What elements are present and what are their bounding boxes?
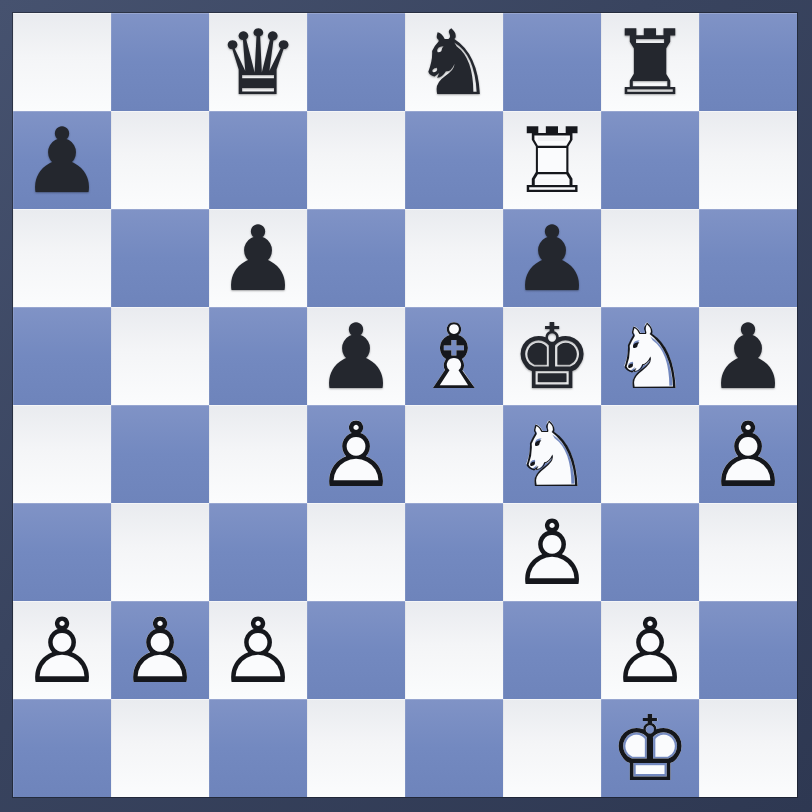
white-knight-outline-icon: ♘: [601, 307, 699, 405]
piece-white-rook[interactable]: ♜♖: [503, 111, 601, 209]
white-pawn-outline-icon: ♙: [13, 601, 111, 699]
white-king-outline-icon: ♔: [601, 699, 699, 797]
piece-white-pawn[interactable]: ♟♙: [307, 405, 405, 503]
square-b5[interactable]: [111, 307, 209, 405]
piece-black-knight[interactable]: ♞: [405, 13, 503, 111]
square-b3[interactable]: [111, 503, 209, 601]
square-d3[interactable]: [307, 503, 405, 601]
square-h5[interactable]: ♟: [699, 307, 797, 405]
square-g4[interactable]: [601, 405, 699, 503]
piece-white-knight[interactable]: ♞♘: [601, 307, 699, 405]
piece-white-pawn[interactable]: ♟♙: [503, 503, 601, 601]
piece-white-king[interactable]: ♚♔: [601, 699, 699, 797]
piece-black-pawn[interactable]: ♟: [209, 209, 307, 307]
square-h3[interactable]: [699, 503, 797, 601]
black-king-icon: ♚: [503, 307, 601, 405]
piece-black-pawn[interactable]: ♟: [699, 307, 797, 405]
square-d7[interactable]: [307, 111, 405, 209]
square-b1[interactable]: [111, 699, 209, 797]
square-a8[interactable]: [13, 13, 111, 111]
square-c1[interactable]: [209, 699, 307, 797]
square-h1[interactable]: [699, 699, 797, 797]
piece-black-rook[interactable]: ♜: [601, 13, 699, 111]
square-d8[interactable]: [307, 13, 405, 111]
square-g7[interactable]: [601, 111, 699, 209]
square-g3[interactable]: [601, 503, 699, 601]
square-d2[interactable]: [307, 601, 405, 699]
square-e4[interactable]: [405, 405, 503, 503]
piece-white-pawn[interactable]: ♟♙: [111, 601, 209, 699]
square-f6[interactable]: ♟: [503, 209, 601, 307]
square-f5[interactable]: ♚: [503, 307, 601, 405]
piece-white-bishop[interactable]: ♝♗: [405, 307, 503, 405]
square-c4[interactable]: [209, 405, 307, 503]
square-e1[interactable]: [405, 699, 503, 797]
black-queen-icon: ♛: [209, 13, 307, 111]
square-f1[interactable]: [503, 699, 601, 797]
square-f3[interactable]: ♟♙: [503, 503, 601, 601]
square-f4[interactable]: ♞♘: [503, 405, 601, 503]
piece-white-pawn[interactable]: ♟♙: [601, 601, 699, 699]
square-h4[interactable]: ♟♙: [699, 405, 797, 503]
square-h6[interactable]: [699, 209, 797, 307]
white-pawn-outline-icon: ♙: [307, 405, 405, 503]
square-f8[interactable]: [503, 13, 601, 111]
square-b2[interactable]: ♟♙: [111, 601, 209, 699]
square-b8[interactable]: [111, 13, 209, 111]
piece-white-pawn[interactable]: ♟♙: [209, 601, 307, 699]
white-knight-outline-icon: ♘: [503, 405, 601, 503]
square-e2[interactable]: [405, 601, 503, 699]
white-rook-outline-icon: ♖: [503, 111, 601, 209]
black-pawn-icon: ♟: [503, 209, 601, 307]
square-a5[interactable]: [13, 307, 111, 405]
piece-black-pawn[interactable]: ♟: [503, 209, 601, 307]
square-g8[interactable]: ♜: [601, 13, 699, 111]
piece-black-pawn[interactable]: ♟: [13, 111, 111, 209]
square-b6[interactable]: [111, 209, 209, 307]
black-pawn-icon: ♟: [209, 209, 307, 307]
square-d1[interactable]: [307, 699, 405, 797]
square-e7[interactable]: [405, 111, 503, 209]
white-pawn-outline-icon: ♙: [699, 405, 797, 503]
square-a4[interactable]: [13, 405, 111, 503]
black-pawn-icon: ♟: [13, 111, 111, 209]
white-pawn-outline-icon: ♙: [601, 601, 699, 699]
white-pawn-outline-icon: ♙: [209, 601, 307, 699]
square-a1[interactable]: [13, 699, 111, 797]
square-e5[interactable]: ♝♗: [405, 307, 503, 405]
square-h8[interactable]: [699, 13, 797, 111]
square-f2[interactable]: [503, 601, 601, 699]
piece-black-queen[interactable]: ♛: [209, 13, 307, 111]
square-c5[interactable]: [209, 307, 307, 405]
square-d5[interactable]: ♟: [307, 307, 405, 405]
square-a2[interactable]: ♟♙: [13, 601, 111, 699]
black-pawn-icon: ♟: [699, 307, 797, 405]
black-rook-icon: ♜: [601, 13, 699, 111]
piece-white-knight[interactable]: ♞♘: [503, 405, 601, 503]
square-g2[interactable]: ♟♙: [601, 601, 699, 699]
square-b7[interactable]: [111, 111, 209, 209]
square-d6[interactable]: [307, 209, 405, 307]
square-c7[interactable]: [209, 111, 307, 209]
square-e6[interactable]: [405, 209, 503, 307]
square-f7[interactable]: ♜♖: [503, 111, 601, 209]
square-g6[interactable]: [601, 209, 699, 307]
white-pawn-outline-icon: ♙: [503, 503, 601, 601]
piece-white-pawn[interactable]: ♟♙: [13, 601, 111, 699]
white-pawn-outline-icon: ♙: [111, 601, 209, 699]
square-a7[interactable]: ♟: [13, 111, 111, 209]
chess-board: ♛♞♜♟♜♖♟♟♟♝♗♚♞♘♟♟♙♞♘♟♙♟♙♟♙♟♙♟♙♟♙♚♔: [13, 13, 797, 797]
black-knight-icon: ♞: [405, 13, 503, 111]
square-c3[interactable]: [209, 503, 307, 601]
black-pawn-icon: ♟: [307, 307, 405, 405]
square-a3[interactable]: [13, 503, 111, 601]
square-g1[interactable]: ♚♔: [601, 699, 699, 797]
square-e3[interactable]: [405, 503, 503, 601]
square-c8[interactable]: ♛: [209, 13, 307, 111]
board-frame: ♛♞♜♟♜♖♟♟♟♝♗♚♞♘♟♟♙♞♘♟♙♟♙♟♙♟♙♟♙♟♙♚♔: [0, 0, 812, 812]
piece-black-pawn[interactable]: ♟: [307, 307, 405, 405]
square-h2[interactable]: [699, 601, 797, 699]
white-bishop-outline-icon: ♗: [405, 307, 503, 405]
piece-white-pawn[interactable]: ♟♙: [699, 405, 797, 503]
square-h7[interactable]: [699, 111, 797, 209]
square-d4[interactable]: ♟♙: [307, 405, 405, 503]
square-c6[interactable]: ♟: [209, 209, 307, 307]
square-c2[interactable]: ♟♙: [209, 601, 307, 699]
square-a6[interactable]: [13, 209, 111, 307]
piece-black-king[interactable]: ♚: [503, 307, 601, 405]
square-g5[interactable]: ♞♘: [601, 307, 699, 405]
square-e8[interactable]: ♞: [405, 13, 503, 111]
square-b4[interactable]: [111, 405, 209, 503]
